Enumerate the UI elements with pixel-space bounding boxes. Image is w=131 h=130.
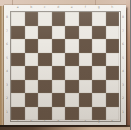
- square-h3[interactable]: [106, 80, 120, 94]
- square-a3[interactable]: [11, 80, 25, 94]
- square-a8[interactable]: [11, 12, 25, 26]
- square-b1[interactable]: [25, 107, 39, 121]
- square-h4[interactable]: [106, 66, 120, 80]
- square-g2[interactable]: [92, 93, 106, 107]
- square-h1[interactable]: [106, 107, 120, 121]
- square-h5[interactable]: [106, 53, 120, 67]
- chess-board: abcdefgh abcdefgh 87654321 87654321: [4, 5, 126, 125]
- square-g5[interactable]: [92, 53, 106, 67]
- rank-label-8: 8: [120, 11, 125, 25]
- chessboard-photo: abcdefgh abcdefgh 87654321 87654321: [0, 0, 130, 130]
- square-e3[interactable]: [65, 80, 79, 94]
- square-g6[interactable]: [92, 39, 106, 53]
- square-c8[interactable]: [38, 12, 52, 26]
- rank-labels-right: 87654321: [120, 11, 125, 119]
- square-c3[interactable]: [38, 80, 52, 94]
- square-d5[interactable]: [52, 53, 66, 67]
- rank-label-2: 2: [120, 92, 125, 106]
- square-a1[interactable]: [11, 107, 25, 121]
- square-b4[interactable]: [25, 66, 39, 80]
- board-grid: [11, 12, 119, 120]
- square-g7[interactable]: [92, 26, 106, 40]
- wood-table-bottom: [0, 127, 130, 130]
- square-d7[interactable]: [52, 26, 66, 40]
- square-c6[interactable]: [38, 39, 52, 53]
- square-d1[interactable]: [52, 107, 66, 121]
- rank-label-4: 4: [120, 65, 125, 79]
- square-e2[interactable]: [65, 93, 79, 107]
- square-f7[interactable]: [79, 26, 93, 40]
- square-c1[interactable]: [38, 107, 52, 121]
- square-d3[interactable]: [52, 80, 66, 94]
- square-d6[interactable]: [52, 39, 66, 53]
- square-b7[interactable]: [25, 26, 39, 40]
- square-e5[interactable]: [65, 53, 79, 67]
- square-f5[interactable]: [79, 53, 93, 67]
- rank-label-3: 3: [120, 79, 125, 93]
- square-c5[interactable]: [38, 53, 52, 67]
- square-d2[interactable]: [52, 93, 66, 107]
- square-e7[interactable]: [65, 26, 79, 40]
- square-c7[interactable]: [38, 26, 52, 40]
- square-a5[interactable]: [11, 53, 25, 67]
- square-h2[interactable]: [106, 93, 120, 107]
- square-e6[interactable]: [65, 39, 79, 53]
- square-h6[interactable]: [106, 39, 120, 53]
- square-g4[interactable]: [92, 66, 106, 80]
- square-h7[interactable]: [106, 26, 120, 40]
- square-h8[interactable]: [106, 12, 120, 26]
- rank-label-6: 6: [120, 38, 125, 52]
- rank-label-1: 1: [120, 106, 125, 120]
- square-g8[interactable]: [92, 12, 106, 26]
- square-b5[interactable]: [25, 53, 39, 67]
- square-e8[interactable]: [65, 12, 79, 26]
- square-a4[interactable]: [11, 66, 25, 80]
- square-b2[interactable]: [25, 93, 39, 107]
- rank-label-7: 7: [120, 25, 125, 39]
- square-f8[interactable]: [79, 12, 93, 26]
- square-a7[interactable]: [11, 26, 25, 40]
- square-e1[interactable]: [65, 107, 79, 121]
- square-g3[interactable]: [92, 80, 106, 94]
- square-f3[interactable]: [79, 80, 93, 94]
- square-f6[interactable]: [79, 39, 93, 53]
- square-b6[interactable]: [25, 39, 39, 53]
- square-a6[interactable]: [11, 39, 25, 53]
- square-f1[interactable]: [79, 107, 93, 121]
- square-f2[interactable]: [79, 93, 93, 107]
- square-f4[interactable]: [79, 66, 93, 80]
- square-b3[interactable]: [25, 80, 39, 94]
- square-c4[interactable]: [38, 66, 52, 80]
- square-b8[interactable]: [25, 12, 39, 26]
- square-e4[interactable]: [65, 66, 79, 80]
- square-d4[interactable]: [52, 66, 66, 80]
- square-a2[interactable]: [11, 93, 25, 107]
- board-frame-line: [10, 11, 122, 123]
- rank-label-5: 5: [120, 52, 125, 66]
- square-c2[interactable]: [38, 93, 52, 107]
- square-g1[interactable]: [92, 107, 106, 121]
- square-d8[interactable]: [52, 12, 66, 26]
- wood-table-right: [126, 0, 131, 126]
